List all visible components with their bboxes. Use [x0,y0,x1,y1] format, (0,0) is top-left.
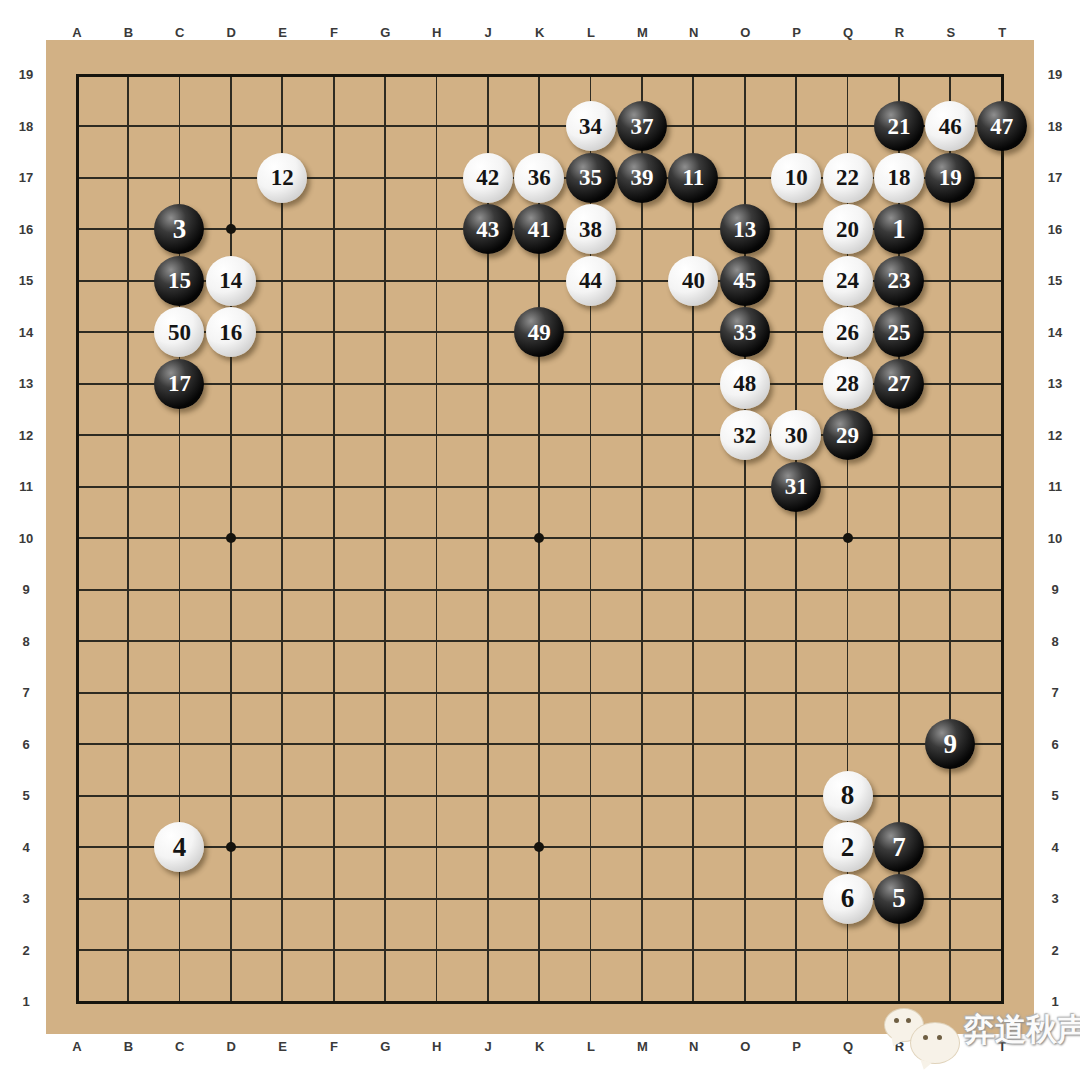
board-intersection-O1 [719,976,770,1028]
board-intersection-G2 [359,925,410,977]
stone-black-T18: 47 [977,101,1027,151]
board-intersection-K8 [514,616,565,668]
board-intersection-R6 [873,719,924,771]
board-intersection-E13 [257,358,308,410]
board-intersection-D5 [205,770,256,822]
row-label-2: 2 [1041,944,1069,958]
stone-black-O16: 13 [720,204,770,254]
board-intersection-P4 [770,822,821,874]
stone-black-L17: 35 [566,153,616,203]
stone-move-number: 35 [579,166,602,189]
board-intersection-Q6 [822,719,873,771]
stone-move-number: 29 [836,424,859,447]
column-label-G: G [373,1040,397,1054]
stone-move-number: 1 [892,216,906,243]
board-intersection-H19 [411,49,462,101]
board-intersection-Q3: 6 [822,873,873,925]
board-intersection-J16: 43 [462,204,513,256]
stone-move-number: 46 [939,115,962,138]
board-intersection-K14: 49 [514,307,565,359]
board-intersection-F17 [308,152,359,204]
row-label-17: 17 [1041,171,1069,185]
stone-move-number: 32 [733,424,756,447]
board-intersection-O16: 13 [719,204,770,256]
stone-black-K16: 41 [514,204,564,254]
board-intersection-P6 [770,719,821,771]
board-intersection-G3 [359,873,410,925]
stone-move-number: 16 [219,321,242,344]
board-intersection-J14 [462,307,513,359]
board-intersection-H4 [411,822,462,874]
board-intersection-M11 [616,461,667,513]
board-intersection-C6 [154,719,205,771]
board-intersection-Q9 [822,564,873,616]
board-intersection-M17: 39 [616,152,667,204]
board-intersection-A19 [51,49,102,101]
row-label-11: 11 [12,480,40,494]
board-intersection-G18 [359,101,410,153]
board-intersection-A8 [51,616,102,668]
board-intersection-G19 [359,49,410,101]
board-intersection-P2 [770,925,821,977]
board-intersection-E19 [257,49,308,101]
row-label-3: 3 [1041,892,1069,906]
board-intersection-T13 [976,358,1027,410]
board-intersection-N11 [668,461,719,513]
column-label-R: R [887,26,911,40]
board-intersection-O9 [719,564,770,616]
board-intersection-G8 [359,616,410,668]
board-intersection-M5 [616,770,667,822]
board-intersection-T3 [976,873,1027,925]
board-intersection-E1 [257,976,308,1028]
column-label-B: B [116,1040,140,1054]
row-label-12: 12 [12,429,40,443]
stone-black-P11: 31 [771,462,821,512]
board-intersection-T12 [976,410,1027,462]
row-label-12: 12 [1041,429,1069,443]
column-label-A: A [65,1040,89,1054]
board-intersection-E12 [257,410,308,462]
board-intersection-N13 [668,358,719,410]
board-intersection-G4 [359,822,410,874]
board-intersection-T4 [976,822,1027,874]
board-intersection-B6 [102,719,153,771]
board-intersection-G6 [359,719,410,771]
column-label-M: M [630,26,654,40]
column-label-E: E [271,26,295,40]
stone-move-number: 36 [528,166,551,189]
board-intersection-R2 [873,925,924,977]
board-intersection-L9 [565,564,616,616]
board-intersection-T14 [976,307,1027,359]
board-intersection-G10 [359,513,410,565]
board-intersection-B10 [102,513,153,565]
board-intersection-B16 [102,204,153,256]
board-intersection-H10 [411,513,462,565]
row-label-18: 18 [1041,120,1069,134]
stone-white-P12: 30 [771,410,821,460]
board-intersection-T19 [976,49,1027,101]
board-intersection-G14 [359,307,410,359]
board-intersection-D17 [205,152,256,204]
board-intersection-P10 [770,513,821,565]
row-label-16: 16 [12,223,40,237]
row-label-13: 13 [1041,377,1069,391]
board-intersection-H2 [411,925,462,977]
row-label-15: 15 [12,274,40,288]
board-intersection-N17: 11 [668,152,719,204]
board-intersection-P11: 31 [770,461,821,513]
stone-white-Q4: 2 [823,822,873,872]
board-intersection-L6 [565,719,616,771]
board-intersection-O13: 48 [719,358,770,410]
board-intersection-C19 [154,49,205,101]
board-intersection-M4 [616,822,667,874]
board-intersection-N8 [668,616,719,668]
board-intersection-N6 [668,719,719,771]
board-intersection-P16 [770,204,821,256]
watermark-text: 弈道秋声 [964,1012,1080,1048]
board-intersection-K11 [514,461,565,513]
wechat-icon-tail [888,1036,903,1049]
board-intersection-O11 [719,461,770,513]
stone-move-number: 40 [682,269,705,292]
stone-move-number: 38 [579,218,602,241]
board-intersection-R13: 27 [873,358,924,410]
stone-move-number: 2 [841,834,855,861]
column-label-C: C [168,1040,192,1054]
board-intersection-K13 [514,358,565,410]
board-intersection-L17: 35 [565,152,616,204]
board-intersection-N10 [668,513,719,565]
board-intersection-P15 [770,255,821,307]
board-intersection-T10 [976,513,1027,565]
stone-move-number: 30 [785,424,808,447]
board-intersection-F5 [308,770,359,822]
board-intersection-H15 [411,255,462,307]
board-intersection-F12 [308,410,359,462]
board-intersection-M2 [616,925,667,977]
stone-white-P17: 10 [771,153,821,203]
board-intersection-G7 [359,667,410,719]
board-intersection-H14 [411,307,462,359]
board-intersection-F16 [308,204,359,256]
column-label-L: L [579,1040,603,1054]
board-intersection-B15 [102,255,153,307]
board-intersection-F2 [308,925,359,977]
board-intersection-S12 [925,410,976,462]
board-intersection-F19 [308,49,359,101]
board-intersection-D16 [205,204,256,256]
board-intersection-S5 [925,770,976,822]
row-label-18: 18 [12,120,40,134]
board-intersection-A16 [51,204,102,256]
board-intersection-A12 [51,410,102,462]
board-intersection-S9 [925,564,976,616]
board-intersection-C17 [154,152,205,204]
board-intersection-H18 [411,101,462,153]
board-intersection-O6 [719,719,770,771]
board-intersection-A10 [51,513,102,565]
board-intersection-G15 [359,255,410,307]
board-intersection-D3 [205,873,256,925]
star-point-D4 [226,842,236,852]
stone-move-number: 48 [733,372,756,395]
board-intersection-G9 [359,564,410,616]
board-intersection-P14 [770,307,821,359]
board-intersection-K10 [514,513,565,565]
row-label-2: 2 [12,944,40,958]
stone-white-S18: 46 [925,101,975,151]
board-intersection-H13 [411,358,462,410]
stone-move-number: 4 [173,834,187,861]
stone-white-K17: 36 [514,153,564,203]
board-intersection-J2 [462,925,513,977]
stone-black-R15: 23 [874,256,924,306]
board-intersection-T2 [976,925,1027,977]
board-intersection-Q8 [822,616,873,668]
board-intersection-O5 [719,770,770,822]
board-intersection-P3 [770,873,821,925]
board-intersection-C18 [154,101,205,153]
star-point-K10 [534,533,544,543]
column-label-K: K [528,26,552,40]
board-intersection-L2 [565,925,616,977]
board-intersection-E7 [257,667,308,719]
row-label-5: 5 [12,789,40,803]
stone-white-Q3: 6 [823,874,873,924]
wechat-icon-eye [894,1018,899,1023]
board-intersection-K12 [514,410,565,462]
row-label-1: 1 [12,995,40,1009]
board-intersection-G1 [359,976,410,1028]
stone-white-Q16: 20 [823,204,873,254]
stone-black-R3: 5 [874,874,924,924]
board-intersection-B12 [102,410,153,462]
column-label-P: P [785,26,809,40]
stone-move-number: 24 [836,269,859,292]
go-kifu-diagram: 3437214647124236353911102218193434138132… [0,0,1080,1080]
column-label-C: C [168,26,192,40]
board-intersection-C9 [154,564,205,616]
board-intersection-E11 [257,461,308,513]
board-intersection-N2 [668,925,719,977]
board-intersection-F6 [308,719,359,771]
stone-black-R14: 25 [874,307,924,357]
stone-black-S17: 19 [925,153,975,203]
board-intersection-K3 [514,873,565,925]
board-intersection-K15 [514,255,565,307]
board-intersection-E8 [257,616,308,668]
stone-move-number: 23 [887,269,910,292]
stone-white-D14: 16 [206,307,256,357]
board-intersection-G11 [359,461,410,513]
watermark: 弈道秋声 [872,1004,1078,1070]
board-intersection-E18 [257,101,308,153]
board-intersection-D12 [205,410,256,462]
stone-move-number: 3 [173,216,187,243]
board-intersection-Q16: 20 [822,204,873,256]
board-intersection-A7 [51,667,102,719]
board-intersection-S7 [925,667,976,719]
stone-move-number: 43 [476,218,499,241]
board-intersection-H8 [411,616,462,668]
board-intersection-B8 [102,616,153,668]
stone-move-number: 8 [841,782,855,809]
stone-move-number: 22 [836,166,859,189]
row-label-3: 3 [12,892,40,906]
board-intersection-K1 [514,976,565,1028]
board-intersection-B13 [102,358,153,410]
stone-white-D15: 14 [206,256,256,306]
board-intersection-N1 [668,976,719,1028]
board-intersection-Q12: 29 [822,410,873,462]
stone-move-number: 27 [887,372,910,395]
board-intersection-H5 [411,770,462,822]
stone-move-number: 7 [892,834,906,861]
board-intersection-S10 [925,513,976,565]
board-intersection-F11 [308,461,359,513]
stone-black-O15: 45 [720,256,770,306]
stone-white-C14: 50 [154,307,204,357]
board-intersection-B18 [102,101,153,153]
board-intersection-D4 [205,822,256,874]
board-intersection-H16 [411,204,462,256]
board-intersection-H1 [411,976,462,1028]
board-intersection-T16 [976,204,1027,256]
board-intersection-O2 [719,925,770,977]
board-intersection-G17 [359,152,410,204]
board-intersection-S18: 46 [925,101,976,153]
board-intersection-R8 [873,616,924,668]
board-intersection-B4 [102,822,153,874]
board-intersection-M7 [616,667,667,719]
stone-black-R4: 7 [874,822,924,872]
board-intersection-S15 [925,255,976,307]
board-intersection-C13: 17 [154,358,205,410]
board-intersection-B11 [102,461,153,513]
board-intersection-T11 [976,461,1027,513]
board-intersection-A9 [51,564,102,616]
stone-white-L15: 44 [566,256,616,306]
board-intersection-L14 [565,307,616,359]
board-intersection-K6 [514,719,565,771]
board-intersection-O8 [719,616,770,668]
board-intersection-C1 [154,976,205,1028]
board-intersection-F18 [308,101,359,153]
board-intersection-S6: 9 [925,719,976,771]
stone-move-number: 41 [528,218,551,241]
stone-black-M18: 37 [617,101,667,151]
board-intersection-Q2 [822,925,873,977]
board-intersection-M19 [616,49,667,101]
board-intersection-K16: 41 [514,204,565,256]
stone-move-number: 20 [836,218,859,241]
board-intersection-F3 [308,873,359,925]
stone-black-R13: 27 [874,359,924,409]
board-intersection-D15: 14 [205,255,256,307]
column-label-D: D [219,1040,243,1054]
board-intersection-G12 [359,410,410,462]
board-intersection-R3: 5 [873,873,924,925]
board-intersection-R10 [873,513,924,565]
board-intersection-R12 [873,410,924,462]
board-intersection-H3 [411,873,462,925]
column-label-J: J [476,1040,500,1054]
board-intersection-P13 [770,358,821,410]
board-intersection-E2 [257,925,308,977]
board-intersection-O19 [719,49,770,101]
stone-white-L16: 38 [566,204,616,254]
board-intersection-B3 [102,873,153,925]
column-label-O: O [733,26,757,40]
board-intersection-A15 [51,255,102,307]
row-label-13: 13 [12,377,40,391]
board-intersection-F15 [308,255,359,307]
board-intersection-B1 [102,976,153,1028]
row-label-5: 5 [1041,789,1069,803]
board-intersection-M12 [616,410,667,462]
column-label-B: B [116,26,140,40]
board-intersection-T17 [976,152,1027,204]
board-intersection-R9 [873,564,924,616]
row-label-14: 14 [12,326,40,340]
board-intersection-N5 [668,770,719,822]
board-intersection-J1 [462,976,513,1028]
board-intersection-T5 [976,770,1027,822]
board-intersection-D11 [205,461,256,513]
stone-white-L18: 34 [566,101,616,151]
row-label-10: 10 [1041,532,1069,546]
board-intersection-D7 [205,667,256,719]
board-intersection-S14 [925,307,976,359]
board-intersection-N18 [668,101,719,153]
board-intersection-C12 [154,410,205,462]
board-intersection-M8 [616,616,667,668]
row-label-4: 4 [1041,841,1069,855]
board-intersection-P8 [770,616,821,668]
board-intersection-N12 [668,410,719,462]
board-intersection-E16 [257,204,308,256]
board-intersection-O3 [719,873,770,925]
stone-white-Q13: 28 [823,359,873,409]
board-intersection-S17: 19 [925,152,976,204]
board-intersection-N7 [668,667,719,719]
board-intersection-T9 [976,564,1027,616]
board-intersection-C3 [154,873,205,925]
board-intersection-A2 [51,925,102,977]
stone-move-number: 50 [168,321,191,344]
board-intersection-N16 [668,204,719,256]
board-intersection-S11 [925,461,976,513]
wechat-icon-tail [918,1060,932,1072]
board-intersection-Q11 [822,461,873,513]
board-intersection-F9 [308,564,359,616]
board-intersection-A18 [51,101,102,153]
board-intersection-P18 [770,101,821,153]
board-intersection-C11 [154,461,205,513]
row-label-7: 7 [12,686,40,700]
row-label-14: 14 [1041,326,1069,340]
board-intersection-H12 [411,410,462,462]
board-intersection-F10 [308,513,359,565]
row-label-8: 8 [1041,635,1069,649]
board-intersection-E9 [257,564,308,616]
board-intersection-J15 [462,255,513,307]
stone-move-number: 28 [836,372,859,395]
board-intersection-A13 [51,358,102,410]
